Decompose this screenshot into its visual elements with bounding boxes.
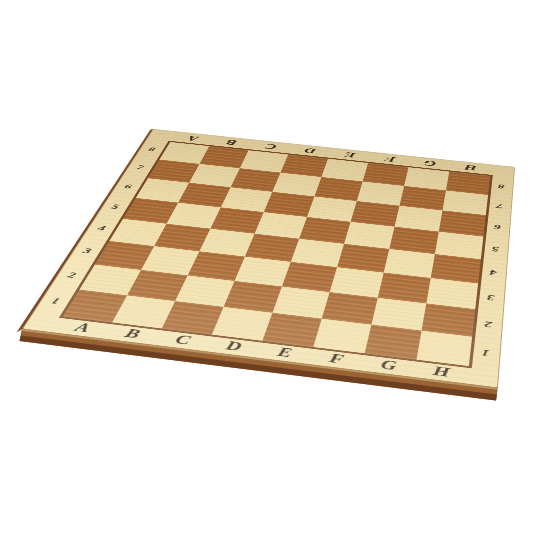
rank-label-right-5: 5 [482, 237, 509, 263]
rank-label-right-6: 6 [484, 215, 510, 239]
rank-label-right-4: 4 [479, 259, 507, 286]
square-f1 [313, 319, 371, 354]
product-photo-scene: ABCDEFGH ABCDEFGH 87654321 87654321 [0, 0, 533, 533]
square-h1 [417, 331, 473, 366]
square-e1 [262, 313, 321, 347]
rank-label-right-8: 8 [489, 176, 513, 198]
rank-label-right-7: 7 [487, 195, 512, 218]
square-g1 [365, 325, 422, 360]
